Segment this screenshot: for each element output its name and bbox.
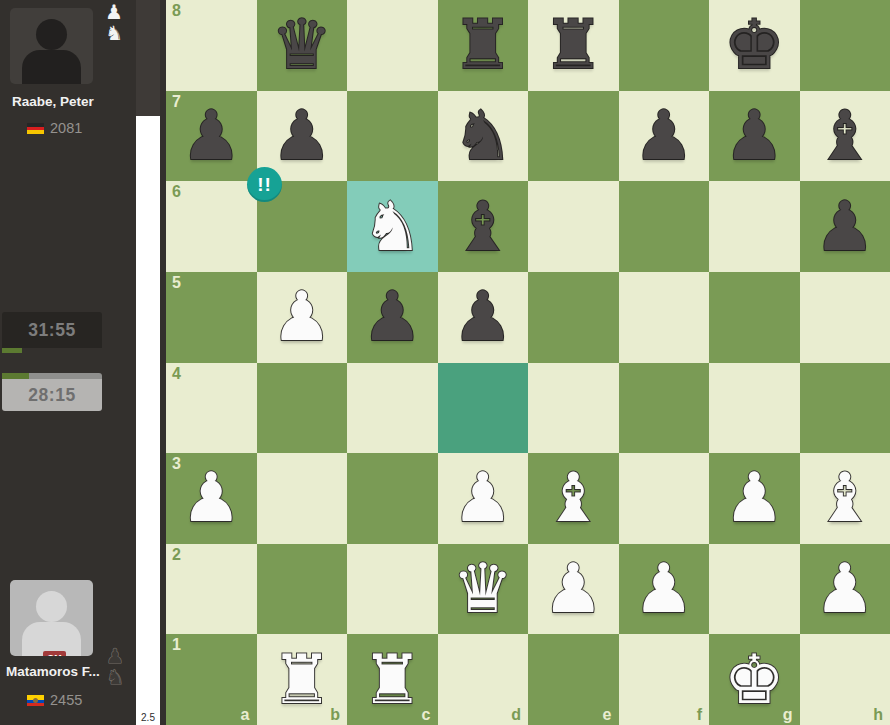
piece-white-r-b1[interactable]: ♜ xyxy=(257,634,348,725)
square-f8[interactable] xyxy=(619,0,710,91)
square-a5[interactable]: 5 xyxy=(166,272,257,363)
top-player-rating-row: 2081 xyxy=(27,120,82,136)
piece-white-n-c6[interactable]: ♞ xyxy=(347,181,438,272)
square-g6[interactable] xyxy=(709,181,800,272)
piece-white-b-h3[interactable]: ♝ xyxy=(800,453,890,544)
square-e1[interactable]: e xyxy=(528,634,619,725)
sidebar: ♟ ♞ Raabe, Peter 2081 31:55 28:15 GM ♟ ♞ xyxy=(0,0,136,725)
square-g4[interactable] xyxy=(709,363,800,454)
square-h4[interactable] xyxy=(800,363,890,454)
square-h7[interactable]: ♝ xyxy=(800,91,890,182)
square-g2[interactable] xyxy=(709,544,800,635)
square-f3[interactable] xyxy=(619,453,710,544)
rank-label-1: 1 xyxy=(172,636,181,654)
bottom-player-name[interactable]: Matamoros F... xyxy=(6,664,100,679)
brilliant-move-badge: !! xyxy=(247,167,282,202)
piece-black-k-g8[interactable]: ♚ xyxy=(709,0,800,91)
avatar-head-icon xyxy=(36,19,67,50)
square-h5[interactable] xyxy=(800,272,890,363)
square-d1[interactable]: d xyxy=(438,634,529,725)
avatar-head-icon xyxy=(36,591,67,622)
piece-black-p-f7[interactable]: ♟ xyxy=(619,91,710,182)
square-h6[interactable]: ♟ xyxy=(800,181,890,272)
piece-white-p-d3[interactable]: ♟ xyxy=(438,453,529,544)
square-e8[interactable]: ♜ xyxy=(528,0,619,91)
square-h8[interactable] xyxy=(800,0,890,91)
piece-black-n-d7[interactable]: ♞ xyxy=(438,91,529,182)
bottom-player-clock: 28:15 xyxy=(2,379,102,411)
top-player-name[interactable]: Raabe, Peter xyxy=(12,94,94,109)
piece-black-r-e8[interactable]: ♜ xyxy=(528,0,619,91)
square-d3[interactable]: ♟ xyxy=(438,453,529,544)
square-c4[interactable] xyxy=(347,363,438,454)
square-g8[interactable]: ♚ xyxy=(709,0,800,91)
square-d2[interactable]: ♛ xyxy=(438,544,529,635)
square-b4[interactable] xyxy=(257,363,348,454)
square-b1[interactable]: b♜ xyxy=(257,634,348,725)
file-label-d: d xyxy=(511,706,521,724)
rank-label-4: 4 xyxy=(172,365,181,383)
piece-white-p-a3[interactable]: ♟ xyxy=(166,453,257,544)
piece-black-q-b8[interactable]: ♛ xyxy=(257,0,348,91)
square-g7[interactable]: ♟ xyxy=(709,91,800,182)
ecuador-flag-icon xyxy=(27,695,44,706)
file-label-h: h xyxy=(873,706,883,724)
piece-white-b-e3[interactable]: ♝ xyxy=(528,453,619,544)
file-label-e: e xyxy=(603,706,612,724)
piece-black-p-c5[interactable]: ♟ xyxy=(347,272,438,363)
piece-white-p-b5[interactable]: ♟ xyxy=(257,272,348,363)
square-e4[interactable] xyxy=(528,363,619,454)
square-f5[interactable] xyxy=(619,272,710,363)
square-h2[interactable]: ♟ xyxy=(800,544,890,635)
evaluation-bar: 2.5 xyxy=(136,0,160,725)
square-c7[interactable] xyxy=(347,91,438,182)
piece-white-r-c1[interactable]: ♜ xyxy=(347,634,438,725)
square-a3[interactable]: 3♟ xyxy=(166,453,257,544)
bottom-player-rating-row: 2455 xyxy=(27,692,82,708)
evaluation-score: 2.5 xyxy=(136,712,160,723)
square-a7[interactable]: 7♟ xyxy=(166,91,257,182)
square-c2[interactable] xyxy=(347,544,438,635)
square-f6[interactable] xyxy=(619,181,710,272)
piece-white-p-e2[interactable]: ♟ xyxy=(528,544,619,635)
square-e7[interactable] xyxy=(528,91,619,182)
piece-white-p-g3[interactable]: ♟ xyxy=(709,453,800,544)
square-e6[interactable] xyxy=(528,181,619,272)
square-f1[interactable]: f xyxy=(619,634,710,725)
square-c8[interactable] xyxy=(347,0,438,91)
square-g3[interactable]: ♟ xyxy=(709,453,800,544)
square-d6[interactable]: ♝ xyxy=(438,181,529,272)
bottom-clock-time: 28:15 xyxy=(28,385,75,406)
captured-black-pawn-icon: ♟ xyxy=(106,646,124,667)
captured-black-knight-icon: ♞ xyxy=(106,667,124,688)
square-a6[interactable]: 6 xyxy=(166,181,257,272)
square-e2[interactable]: ♟ xyxy=(528,544,619,635)
gm-title-badge: GM xyxy=(43,651,66,656)
square-f7[interactable]: ♟ xyxy=(619,91,710,182)
rank-label-2: 2 xyxy=(172,546,181,564)
square-b8[interactable]: ♛ xyxy=(257,0,348,91)
top-player-rating: 2081 xyxy=(50,120,82,136)
square-d5[interactable]: ♟ xyxy=(438,272,529,363)
piece-white-p-h2[interactable]: ♟ xyxy=(800,544,890,635)
square-c1[interactable]: c♜ xyxy=(347,634,438,725)
square-b2[interactable] xyxy=(257,544,348,635)
top-clock-time: 31:55 xyxy=(28,320,75,341)
top-clock-progress xyxy=(2,348,102,353)
piece-white-q-d2[interactable]: ♛ xyxy=(438,544,529,635)
square-d8[interactable]: ♜ xyxy=(438,0,529,91)
app-window: ♟ ♞ Raabe, Peter 2081 31:55 28:15 GM ♟ ♞ xyxy=(0,0,890,725)
square-e5[interactable] xyxy=(528,272,619,363)
square-a1[interactable]: 1a xyxy=(166,634,257,725)
bottom-player-rating: 2455 xyxy=(50,692,82,708)
piece-black-b-h7[interactable]: ♝ xyxy=(800,91,890,182)
square-f4[interactable] xyxy=(619,363,710,454)
piece-black-p-d5[interactable]: ♟ xyxy=(438,272,529,363)
piece-black-p-h6[interactable]: ♟ xyxy=(800,181,890,272)
piece-black-b-d6[interactable]: ♝ xyxy=(438,181,529,272)
evaluation-black-portion xyxy=(136,0,160,116)
avatar-torso-icon xyxy=(22,50,81,84)
square-e3[interactable]: ♝ xyxy=(528,453,619,544)
square-a4[interactable]: 4 xyxy=(166,363,257,454)
chess-board: 8♛♜♜♚7♟♟♞♟♟♝6♞♝♟5♟♟♟43♟♟♝♟♝2♛♟♟♟1ab♜c♜de… xyxy=(166,0,890,725)
square-b5[interactable]: ♟ xyxy=(257,272,348,363)
captured-white-pawn-icon: ♟ xyxy=(105,2,123,23)
germany-flag-icon xyxy=(27,123,44,134)
bottom-player-captured-pieces: ♟ ♞ xyxy=(106,646,124,688)
square-d4[interactable] xyxy=(438,363,529,454)
top-player-avatar[interactable] xyxy=(10,8,93,84)
square-c6[interactable]: ♞ xyxy=(347,181,438,272)
square-g5[interactable] xyxy=(709,272,800,363)
piece-white-k-g1[interactable]: ♚ xyxy=(709,634,800,725)
square-c3[interactable] xyxy=(347,453,438,544)
top-clock-progress-fill xyxy=(2,348,22,353)
square-h3[interactable]: ♝ xyxy=(800,453,890,544)
top-player-captured-pieces: ♟ ♞ xyxy=(105,2,123,44)
square-a8[interactable]: 8 xyxy=(166,0,257,91)
square-d7[interactable]: ♞ xyxy=(438,91,529,182)
file-label-a: a xyxy=(241,706,250,724)
square-b3[interactable] xyxy=(257,453,348,544)
square-a2[interactable]: 2 xyxy=(166,544,257,635)
file-label-f: f xyxy=(697,706,702,724)
square-c5[interactable]: ♟ xyxy=(347,272,438,363)
piece-black-p-g7[interactable]: ♟ xyxy=(709,91,800,182)
square-f2[interactable]: ♟ xyxy=(619,544,710,635)
rank-label-6: 6 xyxy=(172,183,181,201)
square-h1[interactable]: h xyxy=(800,634,890,725)
square-g1[interactable]: g♚ xyxy=(709,634,800,725)
piece-black-p-a7[interactable]: ♟ xyxy=(166,91,257,182)
rank-label-8: 8 xyxy=(172,2,181,20)
rank-label-5: 5 xyxy=(172,274,181,292)
captured-white-knight-icon: ♞ xyxy=(105,23,123,44)
bottom-player-avatar[interactable]: GM xyxy=(10,580,93,656)
piece-black-r-d8[interactable]: ♜ xyxy=(438,0,529,91)
top-player-clock: 31:55 xyxy=(2,312,102,348)
piece-white-p-f2[interactable]: ♟ xyxy=(619,544,710,635)
